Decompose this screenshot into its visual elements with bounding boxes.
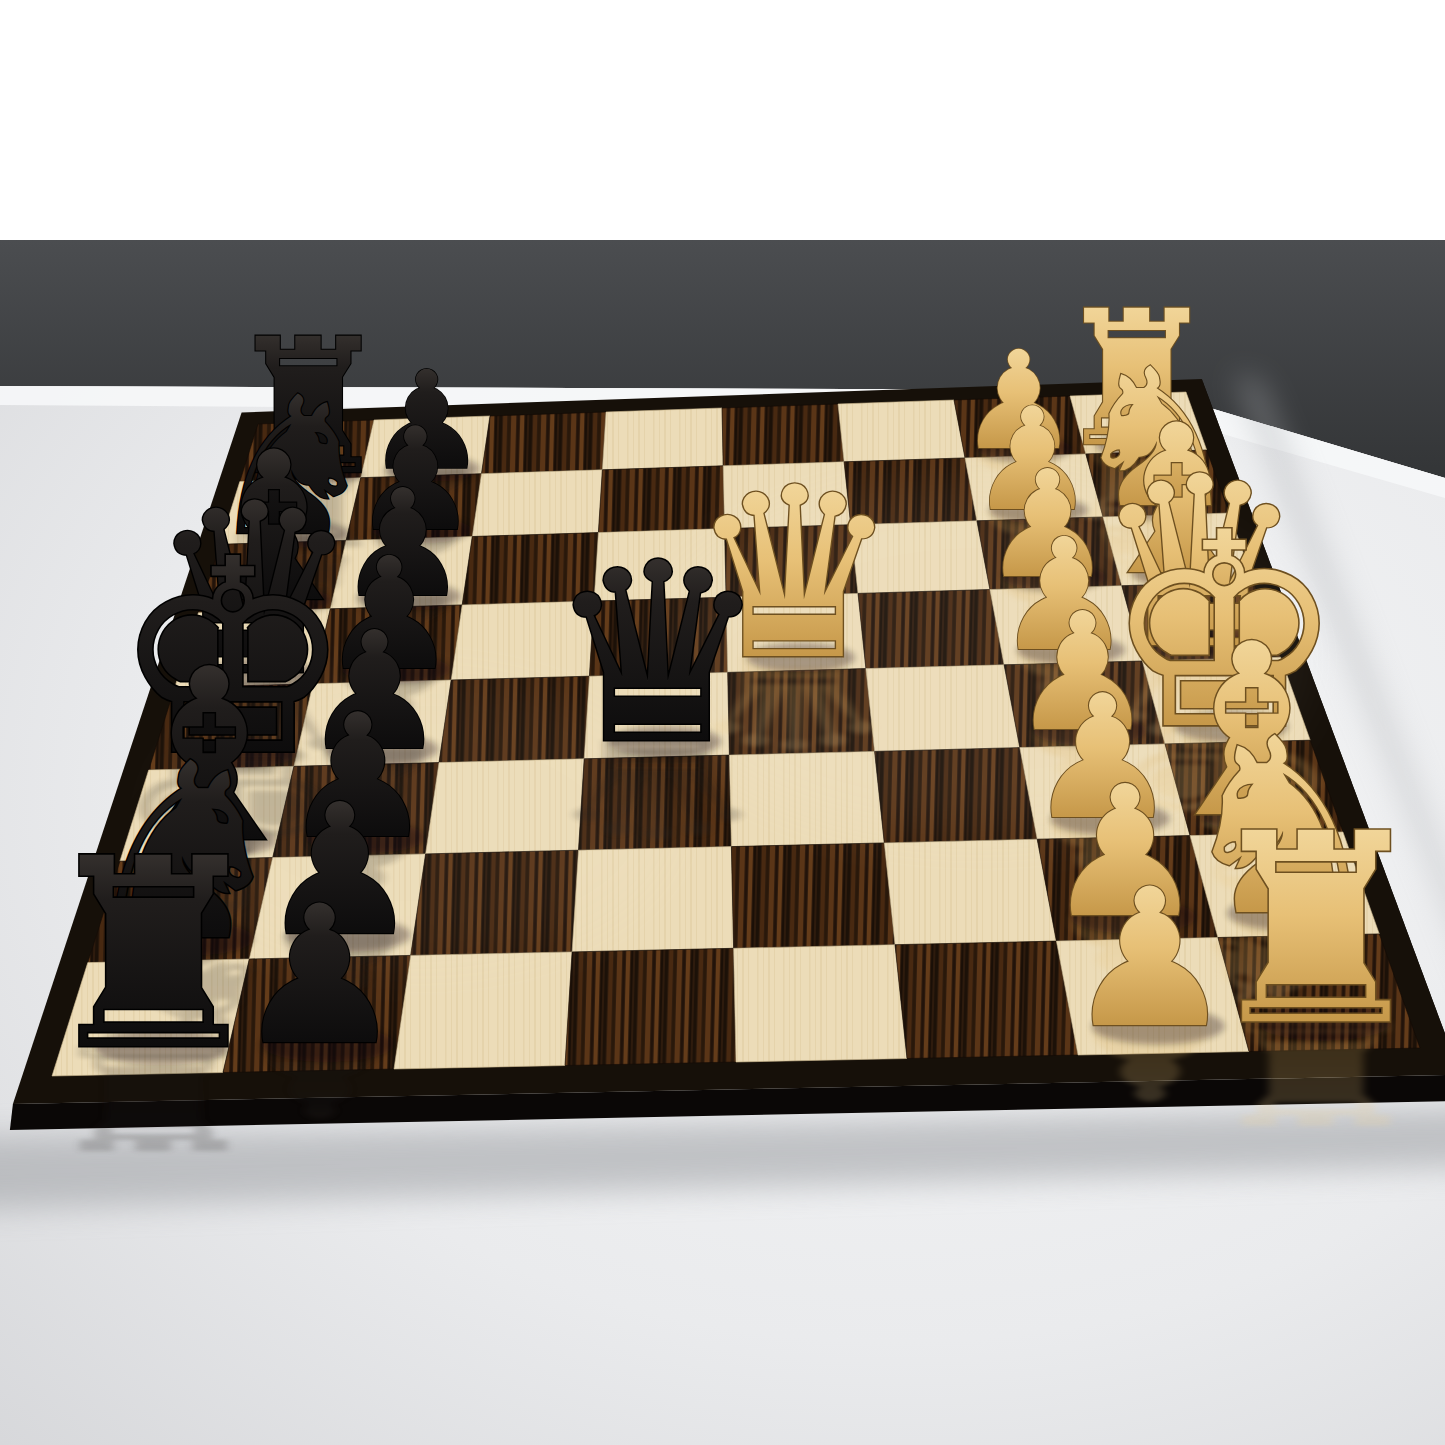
black-pawn-a7[interactable]: ♟♟ <box>234 865 405 1139</box>
black-queen-d5[interactable]: ♛♛ <box>547 510 769 867</box>
white-rook-a1[interactable]: ♜♜ <box>1199 778 1434 1155</box>
chessboard-scene: ♜♜♟♟♟♟♜♜♞♞♟♟♟♟♞♞♝♝♟♟♟♟♝♝♛♛♟♟♛♛♟♟♛♛♚♚♟♟♛♛… <box>0 0 1445 1445</box>
black-pawn-glyph: ♟ <box>234 865 405 1087</box>
white-rook-glyph: ♜ <box>1199 778 1434 1083</box>
square-a5[interactable] <box>565 948 736 1065</box>
chess-set-photo: ♜♜♟♟♟♟♜♜♞♞♟♟♟♟♞♞♝♝♟♟♟♟♝♝♛♛♟♟♛♛♟♟♛♛♚♚♟♟♛♛… <box>0 0 1445 1445</box>
square-a4[interactable] <box>734 945 907 1062</box>
black-queen-glyph: ♛ <box>547 510 769 798</box>
square-h6[interactable] <box>482 412 607 474</box>
